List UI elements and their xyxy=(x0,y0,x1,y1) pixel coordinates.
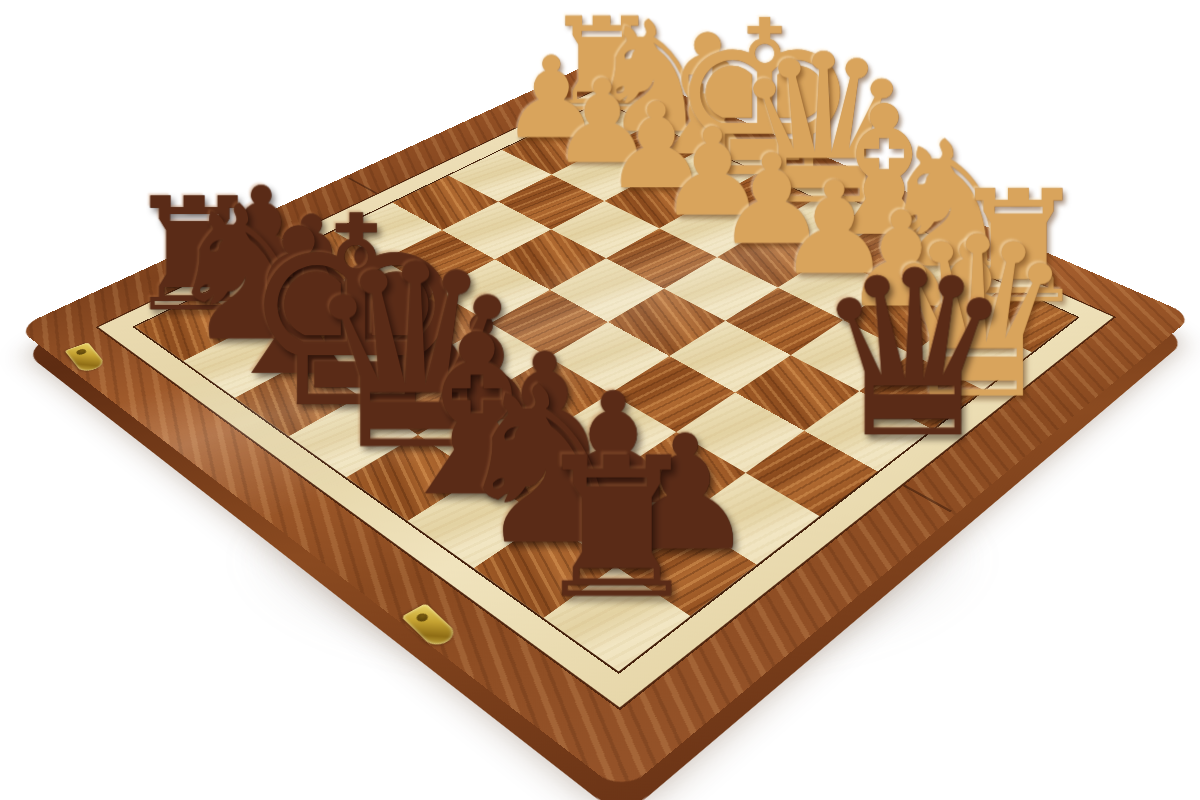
black-rook-a8[interactable]: ♜ xyxy=(303,431,931,624)
product-photo-scene: ♜♞♝♚♛♝♞♜♟♟♟♟♟♟♟♟♟♟♟♟♟♟♟♟♜♞♝♚♛♝♞♜ ♛ ♛ xyxy=(0,0,1200,800)
square-a8[interactable]: ♜ xyxy=(543,566,690,671)
